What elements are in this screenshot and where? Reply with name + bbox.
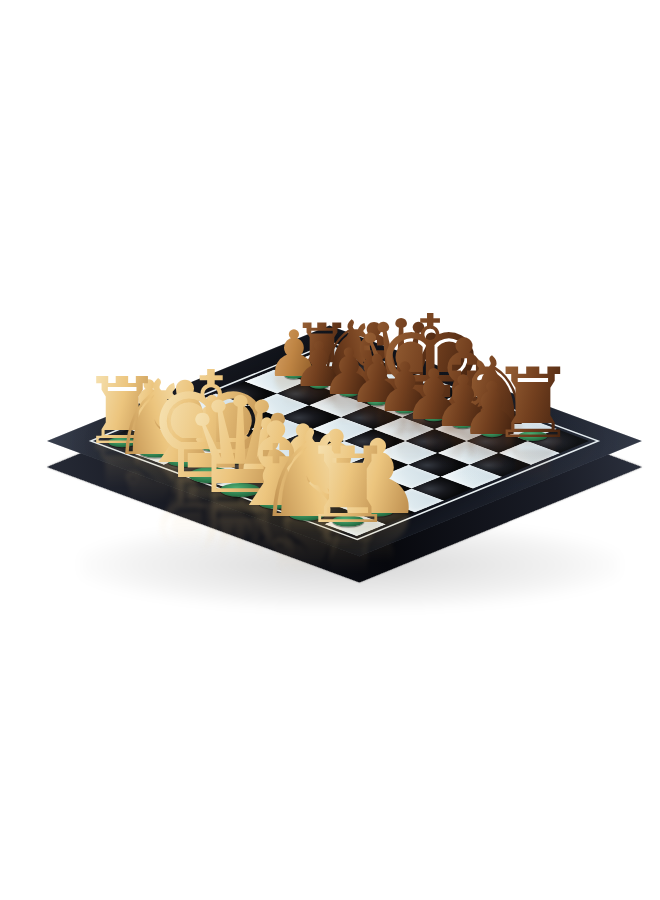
black-rook-glyph: ♜ — [490, 355, 577, 452]
white-rook-glyph: ♜ — [301, 434, 395, 539]
chess-set-photo: ♜♜♟♟♞♞♟♟♝♝♟♟♛♛♟♟♚♚♟♟♝♝♟♟♞♞♟♟♟♟♟♟♜♜♟♟♜♜♟♟… — [0, 0, 660, 900]
